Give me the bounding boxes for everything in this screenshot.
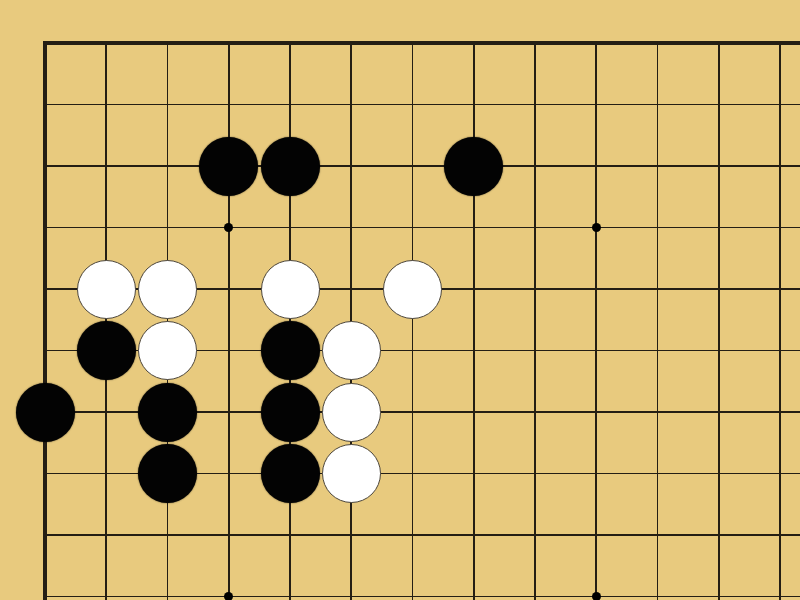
white-stone — [138, 321, 197, 380]
white-stone — [322, 383, 381, 442]
black-stone — [261, 444, 320, 503]
white-stone — [138, 260, 197, 319]
white-stone — [383, 260, 442, 319]
go-board[interactable] — [0, 0, 800, 600]
white-stone — [261, 260, 320, 319]
star-point — [592, 223, 601, 232]
white-stone — [77, 260, 136, 319]
black-stone — [199, 137, 258, 196]
white-stone — [322, 444, 381, 503]
black-stone — [138, 444, 197, 503]
star-point — [224, 223, 233, 232]
black-stone — [138, 383, 197, 442]
black-stone — [261, 383, 320, 442]
stones-layer — [14, 12, 800, 600]
black-stone — [261, 321, 320, 380]
star-point — [592, 592, 601, 600]
black-stone — [444, 137, 503, 196]
black-stone — [261, 137, 320, 196]
white-stone — [322, 321, 381, 380]
black-stone — [16, 383, 75, 442]
star-point — [224, 592, 233, 600]
black-stone — [77, 321, 136, 380]
